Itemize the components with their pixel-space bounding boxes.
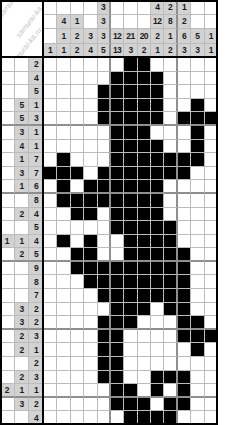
grid-cell[interactable] [98, 235, 111, 249]
grid-cell[interactable] [124, 275, 137, 289]
grid-cell[interactable] [111, 343, 124, 357]
grid-cell[interactable] [44, 330, 57, 344]
grid-cell[interactable] [191, 167, 204, 181]
grid-cell[interactable] [111, 112, 124, 126]
grid-cell[interactable] [178, 248, 191, 262]
grid-cell[interactable] [57, 262, 70, 276]
grid-cell[interactable] [151, 85, 164, 99]
grid-cell[interactable] [164, 72, 177, 86]
grid-cell[interactable] [138, 221, 151, 235]
grid-cell[interactable] [71, 180, 84, 194]
grid-cell[interactable] [138, 303, 151, 317]
grid-cell[interactable] [98, 357, 111, 371]
grid-cell[interactable] [84, 112, 97, 126]
grid-cell[interactable] [98, 303, 111, 317]
grid-cell[interactable] [178, 221, 191, 235]
grid-cell[interactable] [57, 167, 70, 181]
grid-cell[interactable] [111, 167, 124, 181]
grid-cell[interactable] [191, 303, 204, 317]
grid-cell[interactable] [98, 343, 111, 357]
grid-cell[interactable] [57, 289, 70, 303]
grid-cell[interactable] [44, 194, 57, 208]
grid-cell[interactable] [71, 112, 84, 126]
grid-cell[interactable] [84, 330, 97, 344]
grid-cell[interactable] [178, 330, 191, 344]
grid-cell[interactable] [164, 398, 177, 412]
grid-cell[interactable] [57, 303, 70, 317]
grid-cell[interactable] [44, 72, 57, 86]
grid-cell[interactable] [178, 194, 191, 208]
grid-cell[interactable] [57, 126, 70, 140]
grid-cell[interactable] [124, 167, 137, 181]
grid-cell[interactable] [84, 72, 97, 86]
grid-cell[interactable] [151, 398, 164, 412]
grid-cell[interactable] [191, 248, 204, 262]
grid-cell[interactable] [44, 221, 57, 235]
grid-cell[interactable] [178, 371, 191, 385]
grid-cell[interactable] [124, 343, 137, 357]
grid-cell[interactable] [71, 371, 84, 385]
grid-cell[interactable] [124, 180, 137, 194]
grid-cell[interactable] [71, 235, 84, 249]
grid-cell[interactable] [164, 153, 177, 167]
grid-cell[interactable] [57, 140, 70, 154]
grid-cell[interactable] [44, 235, 57, 249]
grid-cell[interactable] [84, 208, 97, 222]
grid-cell[interactable] [71, 208, 84, 222]
grid-cell[interactable] [138, 262, 151, 276]
grid-cell[interactable] [98, 180, 111, 194]
grid-cell[interactable] [151, 248, 164, 262]
grid-cell[interactable] [124, 248, 137, 262]
grid-cell[interactable] [111, 221, 124, 235]
grid-cell[interactable] [71, 221, 84, 235]
grid-cell[interactable] [164, 235, 177, 249]
grid-cell[interactable] [164, 126, 177, 140]
grid-cell[interactable] [138, 357, 151, 371]
grid-cell[interactable] [138, 140, 151, 154]
grid-cell[interactable] [191, 194, 204, 208]
grid-cell[interactable] [57, 221, 70, 235]
grid-cell[interactable] [57, 99, 70, 113]
grid-cell[interactable] [164, 343, 177, 357]
grid-cell[interactable] [191, 180, 204, 194]
grid-cell[interactable] [111, 58, 124, 72]
grid-cell[interactable] [178, 126, 191, 140]
grid-cell[interactable] [191, 126, 204, 140]
grid-cell[interactable] [84, 357, 97, 371]
grid-cell[interactable] [71, 262, 84, 276]
grid-cell[interactable] [124, 140, 137, 154]
grid-cell[interactable] [164, 180, 177, 194]
grid-cell[interactable] [124, 194, 137, 208]
grid-cell[interactable] [98, 248, 111, 262]
grid-cell[interactable] [71, 330, 84, 344]
grid-cell[interactable] [71, 140, 84, 154]
grid-cell[interactable] [138, 153, 151, 167]
grid-cell[interactable] [84, 140, 97, 154]
grid-cell[interactable] [98, 208, 111, 222]
grid-cell[interactable] [164, 140, 177, 154]
grid-cell[interactable] [111, 289, 124, 303]
grid-cell[interactable] [124, 221, 137, 235]
grid-cell[interactable] [84, 262, 97, 276]
grid-cell[interactable] [71, 384, 84, 398]
grid-cell[interactable] [71, 85, 84, 99]
grid-cell[interactable] [138, 316, 151, 330]
grid-cell[interactable] [111, 371, 124, 385]
grid-cell[interactable] [57, 180, 70, 194]
grid-cell[interactable] [98, 330, 111, 344]
grid-cell[interactable] [44, 112, 57, 126]
grid-cell[interactable] [84, 289, 97, 303]
grid-cell[interactable] [98, 153, 111, 167]
grid-cell[interactable] [191, 330, 204, 344]
grid-cell[interactable] [111, 208, 124, 222]
grid-cell[interactable] [84, 303, 97, 317]
grid-cell[interactable] [164, 303, 177, 317]
grid-cell[interactable] [164, 58, 177, 72]
grid-cell[interactable] [71, 167, 84, 181]
grid-cell[interactable] [111, 126, 124, 140]
grid-cell[interactable] [84, 85, 97, 99]
grid-cell[interactable] [164, 262, 177, 276]
grid-cell[interactable] [151, 99, 164, 113]
grid-cell[interactable] [178, 303, 191, 317]
grid-cell[interactable] [57, 153, 70, 167]
grid-cell[interactable] [191, 85, 204, 99]
grid-cell[interactable] [164, 167, 177, 181]
grid-cell[interactable] [84, 99, 97, 113]
grid-cell[interactable] [191, 357, 204, 371]
grid-cell[interactable] [124, 85, 137, 99]
grid-cell[interactable] [98, 58, 111, 72]
grid-cell[interactable] [111, 180, 124, 194]
grid-cell[interactable] [178, 398, 191, 412]
grid-cell[interactable] [57, 58, 70, 72]
grid-cell[interactable] [44, 85, 57, 99]
grid-cell[interactable] [178, 85, 191, 99]
grid-cell[interactable] [111, 72, 124, 86]
grid-cell[interactable] [178, 262, 191, 276]
grid-cell[interactable] [164, 384, 177, 398]
grid-cell[interactable] [124, 398, 137, 412]
grid-cell[interactable] [57, 248, 70, 262]
grid-cell[interactable] [151, 72, 164, 86]
grid-cell[interactable] [178, 58, 191, 72]
grid-cell[interactable] [98, 398, 111, 412]
grid-cell[interactable] [98, 316, 111, 330]
grid-cell[interactable] [84, 316, 97, 330]
grid-cell[interactable] [98, 85, 111, 99]
grid-cell[interactable] [71, 99, 84, 113]
grid-cell[interactable] [164, 85, 177, 99]
grid-cell[interactable] [164, 221, 177, 235]
grid-cell[interactable] [84, 343, 97, 357]
grid-cell[interactable] [151, 180, 164, 194]
grid-cell[interactable] [98, 126, 111, 140]
grid-cell[interactable] [44, 126, 57, 140]
grid-cell[interactable] [44, 275, 57, 289]
grid-cell[interactable] [138, 371, 151, 385]
grid-cell[interactable] [178, 343, 191, 357]
grid-cell[interactable] [178, 140, 191, 154]
grid-cell[interactable] [178, 235, 191, 249]
grid-cell[interactable] [151, 289, 164, 303]
grid-cell[interactable] [84, 58, 97, 72]
grid-cell[interactable] [71, 248, 84, 262]
grid-cell[interactable] [151, 357, 164, 371]
grid-cell[interactable] [151, 208, 164, 222]
grid-cell[interactable] [151, 343, 164, 357]
grid-cell[interactable] [57, 112, 70, 126]
grid-cell[interactable] [151, 153, 164, 167]
grid-cell[interactable] [111, 235, 124, 249]
grid-cell[interactable] [111, 140, 124, 154]
grid-cell[interactable] [191, 221, 204, 235]
grid-cell[interactable] [71, 72, 84, 86]
grid-cell[interactable] [164, 289, 177, 303]
grid-cell[interactable] [164, 316, 177, 330]
grid-cell[interactable] [98, 221, 111, 235]
grid-cell[interactable] [98, 112, 111, 126]
grid-cell[interactable] [98, 289, 111, 303]
grid-cell[interactable] [124, 99, 137, 113]
grid-cell[interactable] [71, 153, 84, 167]
grid-cell[interactable] [138, 112, 151, 126]
grid-cell[interactable] [178, 72, 191, 86]
grid-cell[interactable] [191, 398, 204, 412]
grid-cell[interactable] [138, 289, 151, 303]
grid-cell[interactable] [124, 126, 137, 140]
grid-cell[interactable] [44, 99, 57, 113]
grid-cell[interactable] [57, 316, 70, 330]
grid-cell[interactable] [98, 99, 111, 113]
grid-cell[interactable] [178, 316, 191, 330]
grid-cell[interactable] [44, 248, 57, 262]
grid-cell[interactable] [191, 153, 204, 167]
grid-cell[interactable] [191, 112, 204, 126]
grid-cell[interactable] [57, 275, 70, 289]
grid-cell[interactable] [151, 316, 164, 330]
grid-cell[interactable] [164, 208, 177, 222]
grid-cell[interactable] [124, 303, 137, 317]
grid-cell[interactable] [164, 99, 177, 113]
grid-cell[interactable] [98, 194, 111, 208]
grid-cell[interactable] [124, 289, 137, 303]
grid-cell[interactable] [151, 371, 164, 385]
grid-cell[interactable] [124, 384, 137, 398]
grid-cell[interactable] [191, 275, 204, 289]
grid-cell[interactable] [138, 248, 151, 262]
grid-cell[interactable] [151, 167, 164, 181]
grid-cell[interactable] [84, 235, 97, 249]
grid-cell[interactable] [151, 235, 164, 249]
grid-cell[interactable] [44, 289, 57, 303]
grid-cell[interactable] [57, 357, 70, 371]
grid-cell[interactable] [178, 112, 191, 126]
grid-cell[interactable] [178, 275, 191, 289]
grid-cell[interactable] [57, 235, 70, 249]
grid-cell[interactable] [191, 343, 204, 357]
grid-cell[interactable] [178, 167, 191, 181]
grid-cell[interactable] [138, 85, 151, 99]
grid-cell[interactable] [151, 303, 164, 317]
grid-cell[interactable] [84, 371, 97, 385]
grid-cell[interactable] [84, 180, 97, 194]
grid-cell[interactable] [151, 194, 164, 208]
grid-cell[interactable] [111, 357, 124, 371]
grid-cell[interactable] [44, 58, 57, 72]
grid-cell[interactable] [178, 99, 191, 113]
grid-cell[interactable] [124, 72, 137, 86]
grid-cell[interactable] [138, 194, 151, 208]
grid-cell[interactable] [71, 194, 84, 208]
grid-cell[interactable] [57, 371, 70, 385]
grid-cell[interactable] [178, 208, 191, 222]
grid-cell[interactable] [57, 72, 70, 86]
grid-cell[interactable] [71, 126, 84, 140]
grid-cell[interactable] [111, 194, 124, 208]
grid-cell[interactable] [111, 85, 124, 99]
grid-cell[interactable] [164, 371, 177, 385]
grid-cell[interactable] [71, 58, 84, 72]
grid-cell[interactable] [124, 112, 137, 126]
grid-cell[interactable] [44, 208, 57, 222]
grid-cell[interactable] [98, 275, 111, 289]
grid-cell[interactable] [98, 371, 111, 385]
grid-cell[interactable] [151, 112, 164, 126]
grid-cell[interactable] [191, 99, 204, 113]
grid-cell[interactable] [191, 384, 204, 398]
grid-cell[interactable] [111, 99, 124, 113]
grid-cell[interactable] [44, 140, 57, 154]
grid-cell[interactable] [124, 235, 137, 249]
grid-cell[interactable] [84, 384, 97, 398]
grid-cell[interactable] [124, 371, 137, 385]
grid-cell[interactable] [111, 316, 124, 330]
grid-cell[interactable] [57, 208, 70, 222]
grid-cell[interactable] [124, 330, 137, 344]
grid-cell[interactable] [164, 248, 177, 262]
grid-cell[interactable] [191, 72, 204, 86]
grid-cell[interactable] [98, 384, 111, 398]
grid-cell[interactable] [57, 194, 70, 208]
grid-cell[interactable] [191, 58, 204, 72]
grid-cell[interactable] [191, 371, 204, 385]
grid-cell[interactable] [71, 289, 84, 303]
grid-cell[interactable] [84, 153, 97, 167]
grid-cell[interactable] [178, 153, 191, 167]
grid-cell[interactable] [138, 235, 151, 249]
grid-cell[interactable] [98, 167, 111, 181]
grid-cell[interactable] [151, 221, 164, 235]
grid-cell[interactable] [164, 275, 177, 289]
grid-cell[interactable] [138, 275, 151, 289]
grid-cell[interactable] [191, 208, 204, 222]
grid-cell[interactable] [71, 303, 84, 317]
grid-cell[interactable] [111, 398, 124, 412]
grid-cell[interactable] [151, 275, 164, 289]
grid-cell[interactable] [84, 221, 97, 235]
grid-cell[interactable] [57, 85, 70, 99]
grid-cell[interactable] [98, 262, 111, 276]
grid-cell[interactable] [71, 398, 84, 412]
grid-cell[interactable] [124, 208, 137, 222]
grid-cell[interactable] [111, 262, 124, 276]
grid-cell[interactable] [98, 72, 111, 86]
grid-cell[interactable] [191, 262, 204, 276]
grid-cell[interactable] [44, 398, 57, 412]
grid-cell[interactable] [124, 262, 137, 276]
grid-cell[interactable] [57, 398, 70, 412]
grid-cell[interactable] [84, 248, 97, 262]
grid-cell[interactable] [111, 248, 124, 262]
grid-cell[interactable] [138, 58, 151, 72]
grid-cell[interactable] [84, 194, 97, 208]
grid-cell[interactable] [44, 180, 57, 194]
grid-cell[interactable] [164, 357, 177, 371]
grid-cell[interactable] [44, 316, 57, 330]
grid-cell[interactable] [178, 180, 191, 194]
grid-cell[interactable] [44, 357, 57, 371]
grid-cell[interactable] [111, 275, 124, 289]
grid-cell[interactable] [111, 384, 124, 398]
grid-cell[interactable] [138, 180, 151, 194]
grid-cell[interactable] [71, 275, 84, 289]
grid-cell[interactable] [151, 126, 164, 140]
grid-cell[interactable] [138, 330, 151, 344]
grid-cell[interactable] [138, 167, 151, 181]
grid-cell[interactable] [124, 357, 137, 371]
grid-cell[interactable] [138, 208, 151, 222]
grid-cell[interactable] [111, 153, 124, 167]
grid-cell[interactable] [151, 58, 164, 72]
grid-cell[interactable] [138, 72, 151, 86]
grid-cell[interactable] [111, 330, 124, 344]
grid-cell[interactable] [71, 343, 84, 357]
grid-cell[interactable] [151, 330, 164, 344]
grid-cell[interactable] [98, 140, 111, 154]
grid-cell[interactable] [57, 330, 70, 344]
grid-cell[interactable] [124, 58, 137, 72]
grid-cell[interactable] [151, 140, 164, 154]
grid-cell[interactable] [191, 316, 204, 330]
grid-cell[interactable] [84, 275, 97, 289]
grid-cell[interactable] [138, 343, 151, 357]
grid-cell[interactable] [151, 262, 164, 276]
grid-cell[interactable] [44, 303, 57, 317]
grid-cell[interactable] [124, 316, 137, 330]
grid-cell[interactable] [84, 167, 97, 181]
grid-cell[interactable] [191, 140, 204, 154]
grid-cell[interactable] [124, 153, 137, 167]
grid-cell[interactable] [138, 99, 151, 113]
grid-cell[interactable] [84, 398, 97, 412]
grid-cell[interactable] [44, 343, 57, 357]
grid-cell[interactable] [164, 194, 177, 208]
grid-cell[interactable] [178, 357, 191, 371]
grid-cell[interactable] [178, 289, 191, 303]
grid-cell[interactable] [44, 371, 57, 385]
grid-cell[interactable] [57, 384, 70, 398]
grid-cell[interactable] [138, 126, 151, 140]
grid-cell[interactable] [151, 384, 164, 398]
grid-cell[interactable] [71, 357, 84, 371]
grid-cell[interactable] [44, 384, 57, 398]
grid-cell[interactable] [178, 384, 191, 398]
grid-cell[interactable] [71, 316, 84, 330]
